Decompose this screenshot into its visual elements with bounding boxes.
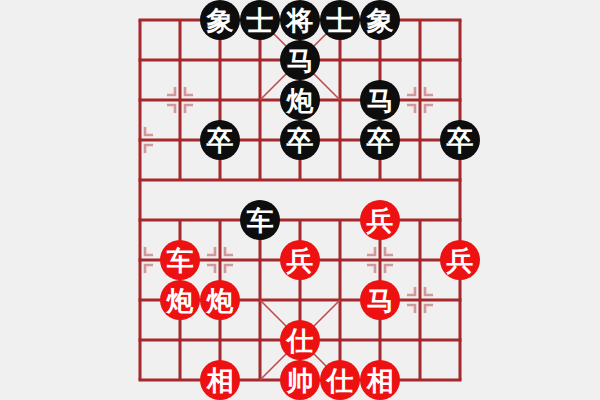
piece-red-soldier[interactable]: 兵: [360, 200, 400, 240]
piece-black-horse[interactable]: 马: [360, 80, 400, 120]
piece-black-elephant[interactable]: 象: [200, 0, 240, 40]
piece-black-horse[interactable]: 马: [280, 40, 320, 80]
piece-black-advisor[interactable]: 士: [320, 0, 360, 40]
xiangqi-board[interactable]: 象士将士象马炮马卒卒卒卒车兵车兵兵炮炮马仕相帅仕相: [120, 0, 480, 400]
piece-red-soldier[interactable]: 兵: [440, 240, 480, 280]
piece-red-advisor[interactable]: 仕: [320, 360, 360, 400]
piece-black-soldier[interactable]: 卒: [200, 120, 240, 160]
piece-black-elephant[interactable]: 象: [360, 0, 400, 40]
piece-black-soldier[interactable]: 卒: [440, 120, 480, 160]
piece-black-soldier[interactable]: 卒: [360, 120, 400, 160]
piece-black-general[interactable]: 将: [280, 0, 320, 40]
xiangqi-app: 象士将士象马炮马卒卒卒卒车兵车兵兵炮炮马仕相帅仕相: [0, 0, 600, 400]
piece-black-chariot[interactable]: 车: [240, 200, 280, 240]
piece-red-soldier[interactable]: 兵: [280, 240, 320, 280]
piece-black-advisor[interactable]: 士: [240, 0, 280, 40]
piece-red-general[interactable]: 帅: [280, 360, 320, 400]
piece-red-horse[interactable]: 马: [360, 280, 400, 320]
piece-red-cannon[interactable]: 炮: [160, 280, 200, 320]
piece-red-cannon[interactable]: 炮: [200, 280, 240, 320]
piece-red-advisor[interactable]: 仕: [280, 320, 320, 360]
piece-red-elephant[interactable]: 相: [360, 360, 400, 400]
piece-red-elephant[interactable]: 相: [200, 360, 240, 400]
piece-black-cannon[interactable]: 炮: [280, 80, 320, 120]
piece-red-chariot[interactable]: 车: [160, 240, 200, 280]
piece-black-soldier[interactable]: 卒: [280, 120, 320, 160]
